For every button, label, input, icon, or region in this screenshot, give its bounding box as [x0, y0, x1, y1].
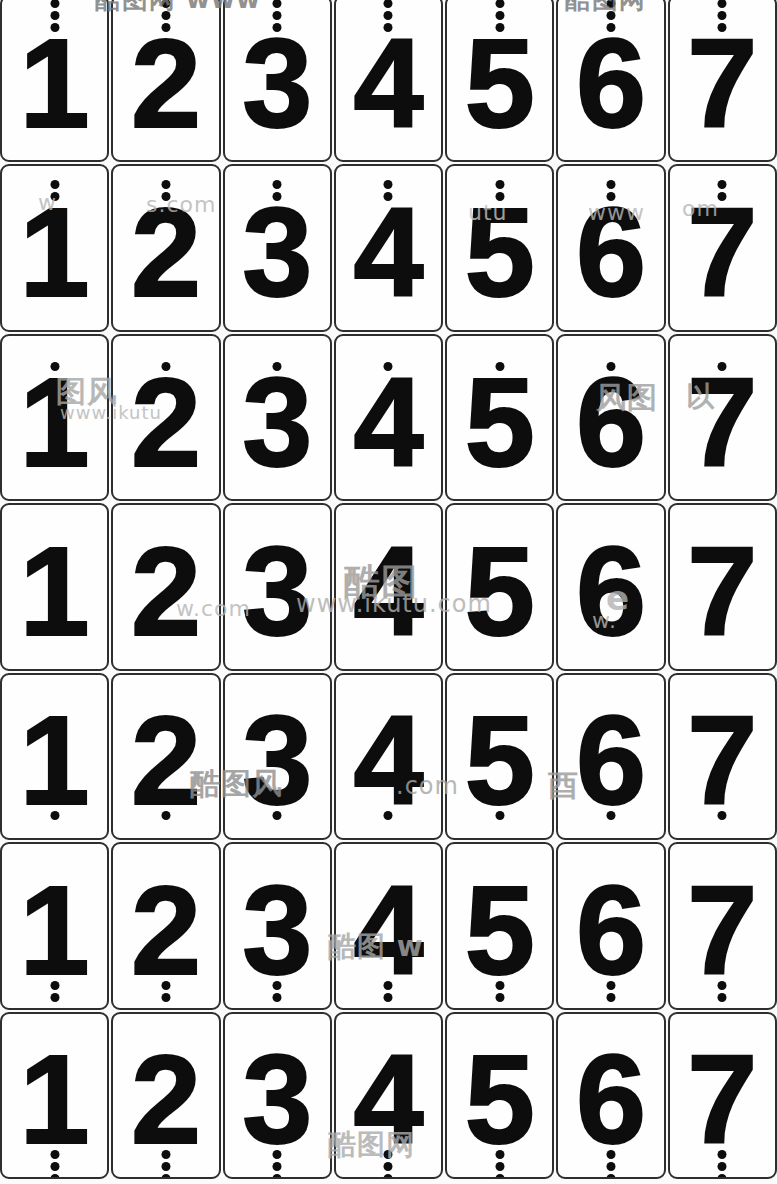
card-r2c3: 3 — [223, 164, 332, 331]
dot-icon — [161, 1162, 170, 1171]
dot-icon — [384, 811, 393, 820]
card-r7c5: 5 — [445, 1012, 554, 1179]
dot-column-bottom — [161, 1150, 170, 1179]
dot-column-bottom — [495, 1150, 504, 1179]
card-r2c7: 7 — [668, 164, 777, 331]
card-r1c5: 5 — [445, 0, 554, 162]
card-digit: 1 — [2, 510, 107, 670]
card-digit: 3 — [225, 510, 330, 670]
dot-icon — [50, 981, 59, 990]
dot-column-bottom — [384, 1150, 393, 1179]
dot-column-bottom — [50, 1150, 59, 1179]
dot-icon — [607, 1150, 616, 1159]
dot-icon — [607, 981, 616, 990]
dot-icon — [495, 1162, 504, 1171]
dot-icon — [718, 1150, 727, 1159]
dot-column-bottom — [607, 1150, 616, 1179]
card-digit: 1 — [2, 171, 107, 331]
dot-column-bottom — [50, 981, 59, 1002]
card-r4c3: 3 — [223, 503, 332, 670]
card-r2c4: 4 — [334, 164, 443, 331]
card-digit: 7 — [670, 510, 775, 670]
card-r1c2: 2 — [111, 0, 220, 162]
dot-icon — [495, 1150, 504, 1159]
card-r4c5: 5 — [445, 503, 554, 670]
dot-column-bottom — [607, 981, 616, 1002]
card-r3c3: 3 — [223, 334, 332, 501]
card-r4c2: 2 — [111, 503, 220, 670]
card-r6c7: 7 — [668, 842, 777, 1009]
card-r3c6: 6 — [556, 334, 665, 501]
flashcard-sheet: 1234567123456712345671234567123456712345… — [0, 0, 777, 1184]
card-digit: 4 — [336, 341, 441, 501]
card-r3c2: 2 — [111, 334, 220, 501]
dot-icon — [384, 1162, 393, 1171]
dot-icon — [495, 993, 504, 1002]
dot-column-bottom — [718, 811, 727, 820]
card-digit: 3 — [225, 171, 330, 331]
dot-icon — [273, 1174, 282, 1179]
dot-icon — [161, 993, 170, 1002]
dot-column-bottom — [495, 981, 504, 1002]
card-digit: 7 — [670, 171, 775, 331]
dot-icon — [50, 1162, 59, 1171]
card-digit: 3 — [225, 341, 330, 501]
card-r3c7: 7 — [668, 334, 777, 501]
card-digit: 1 — [2, 2, 107, 162]
card-r5c1: 1 — [0, 673, 109, 840]
dot-icon — [384, 981, 393, 990]
card-r5c4: 4 — [334, 673, 443, 840]
card-r5c2: 2 — [111, 673, 220, 840]
dot-column-bottom — [273, 981, 282, 1002]
dot-icon — [50, 993, 59, 1002]
dot-icon — [607, 811, 616, 820]
card-r6c3: 3 — [223, 842, 332, 1009]
card-r3c4: 4 — [334, 334, 443, 501]
card-digit: 3 — [225, 2, 330, 162]
card-r2c5: 5 — [445, 164, 554, 331]
dot-icon — [384, 1174, 393, 1179]
card-grid: 1234567123456712345671234567123456712345… — [0, 0, 777, 1179]
dot-column-bottom — [495, 811, 504, 820]
card-r6c2: 2 — [111, 842, 220, 1009]
dot-icon — [273, 1162, 282, 1171]
card-digit: 7 — [670, 341, 775, 501]
dot-icon — [50, 1150, 59, 1159]
card-r5c6: 6 — [556, 673, 665, 840]
card-digit: 4 — [336, 2, 441, 162]
card-r7c3: 3 — [223, 1012, 332, 1179]
dot-icon — [607, 1174, 616, 1179]
dot-icon — [161, 1174, 170, 1179]
card-r5c5: 5 — [445, 673, 554, 840]
card-r5c7: 7 — [668, 673, 777, 840]
dot-icon — [273, 981, 282, 990]
card-digit: 5 — [447, 2, 552, 162]
card-r4c7: 7 — [668, 503, 777, 670]
dot-icon — [718, 981, 727, 990]
dot-column-bottom — [161, 981, 170, 1002]
card-digit: 5 — [447, 171, 552, 331]
dot-icon — [384, 993, 393, 1002]
card-digit: 6 — [558, 510, 663, 670]
dot-icon — [161, 1150, 170, 1159]
card-r2c1: 1 — [0, 164, 109, 331]
card-r6c4: 4 — [334, 842, 443, 1009]
dot-column-bottom — [273, 811, 282, 820]
card-digit: 2 — [113, 2, 218, 162]
card-digit: 1 — [2, 341, 107, 501]
card-r7c7: 7 — [668, 1012, 777, 1179]
card-r7c1: 1 — [0, 1012, 109, 1179]
dot-column-bottom — [718, 981, 727, 1002]
dot-icon — [718, 1174, 727, 1179]
card-digit: 2 — [113, 171, 218, 331]
card-r6c5: 5 — [445, 842, 554, 1009]
dot-icon — [495, 811, 504, 820]
card-digit: 6 — [558, 2, 663, 162]
dot-icon — [384, 1150, 393, 1159]
dot-icon — [718, 1162, 727, 1171]
card-r7c4: 4 — [334, 1012, 443, 1179]
card-r6c1: 1 — [0, 842, 109, 1009]
dot-icon — [273, 1150, 282, 1159]
card-r6c6: 6 — [556, 842, 665, 1009]
dot-icon — [161, 811, 170, 820]
card-r2c6: 6 — [556, 164, 665, 331]
card-r3c1: 1 — [0, 334, 109, 501]
card-digit: 4 — [336, 171, 441, 331]
dot-column-bottom — [384, 811, 393, 820]
dot-icon — [495, 981, 504, 990]
card-digit: 6 — [558, 341, 663, 501]
card-digit: 4 — [336, 510, 441, 670]
dot-icon — [50, 1174, 59, 1179]
card-digit: 2 — [113, 341, 218, 501]
card-r4c4: 4 — [334, 503, 443, 670]
dot-column-bottom — [718, 1150, 727, 1179]
dot-icon — [161, 981, 170, 990]
card-r7c2: 2 — [111, 1012, 220, 1179]
card-digit: 7 — [670, 2, 775, 162]
card-r5c3: 3 — [223, 673, 332, 840]
dot-icon — [273, 993, 282, 1002]
card-r1c3: 3 — [223, 0, 332, 162]
dot-icon — [607, 1162, 616, 1171]
card-r1c4: 4 — [334, 0, 443, 162]
dot-icon — [495, 1174, 504, 1179]
card-r4c6: 6 — [556, 503, 665, 670]
dot-icon — [607, 993, 616, 1002]
dot-icon — [50, 811, 59, 820]
dot-column-bottom — [607, 811, 616, 820]
dot-icon — [718, 811, 727, 820]
card-r3c5: 5 — [445, 334, 554, 501]
card-r1c1: 1 — [0, 0, 109, 162]
card-r1c6: 6 — [556, 0, 665, 162]
dot-column-bottom — [384, 981, 393, 1002]
dot-column-bottom — [50, 811, 59, 820]
card-digit: 5 — [447, 510, 552, 670]
dot-icon — [718, 993, 727, 1002]
card-r7c6: 6 — [556, 1012, 665, 1179]
dot-column-bottom — [273, 1150, 282, 1179]
card-digit: 2 — [113, 510, 218, 670]
dot-column-bottom — [161, 811, 170, 820]
card-digit: 6 — [558, 171, 663, 331]
card-r1c7: 7 — [668, 0, 777, 162]
card-digit: 5 — [447, 341, 552, 501]
card-r4c1: 1 — [0, 503, 109, 670]
card-r2c2: 2 — [111, 164, 220, 331]
dot-icon — [273, 811, 282, 820]
